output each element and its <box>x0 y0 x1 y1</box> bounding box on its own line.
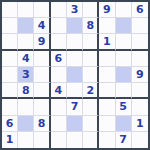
given-digit: 1 <box>136 118 144 129</box>
sudoku-cell-r5c7[interactable] <box>99 67 115 83</box>
sudoku-cell-r3c4[interactable] <box>51 34 67 50</box>
sudoku-cell-r4c5[interactable] <box>67 51 83 67</box>
sudoku-cell-r6c7[interactable] <box>99 83 115 99</box>
sudoku-cell-r8c2[interactable] <box>18 116 34 132</box>
sudoku-cell-r8c5[interactable] <box>67 116 83 132</box>
sudoku-cell-r3c1[interactable] <box>2 34 18 50</box>
sudoku-cell-r8c6[interactable] <box>83 116 99 132</box>
sudoku-cell-r2c9[interactable] <box>132 18 148 34</box>
sudoku-cell-r1c2[interactable] <box>18 2 34 18</box>
sudoku-cell-r1c3[interactable] <box>34 2 50 18</box>
sudoku-cell-r3c3[interactable]: 9 <box>34 34 50 50</box>
sudoku-cell-r7c6[interactable] <box>83 99 99 115</box>
sudoku-cell-r3c9[interactable] <box>132 34 148 50</box>
given-digit: 3 <box>71 4 79 15</box>
sudoku-cell-r4c6[interactable] <box>83 51 99 67</box>
sudoku-cell-r9c6[interactable] <box>83 132 99 148</box>
sudoku-cell-r5c1[interactable] <box>2 67 18 83</box>
given-digit: 4 <box>22 53 30 64</box>
sudoku-cell-r3c7[interactable]: 1 <box>99 34 115 50</box>
sudoku-cell-r1c8[interactable] <box>116 2 132 18</box>
sudoku-cell-r6c1[interactable] <box>2 83 18 99</box>
given-digit: 1 <box>103 36 111 47</box>
given-digit: 8 <box>22 85 30 96</box>
sudoku-cell-r5c4[interactable] <box>51 67 67 83</box>
sudoku-cell-r5c6[interactable] <box>83 67 99 83</box>
sudoku-cell-r1c5[interactable]: 3 <box>67 2 83 18</box>
sudoku-cell-r9c3[interactable] <box>34 132 50 148</box>
given-digit: 7 <box>119 134 127 145</box>
sudoku-cell-r9c2[interactable] <box>18 132 34 148</box>
sudoku-cell-r5c3[interactable] <box>34 67 50 83</box>
sudoku-cell-r3c8[interactable] <box>116 34 132 50</box>
sudoku-cell-r8c3[interactable]: 8 <box>34 116 50 132</box>
sudoku-cell-r8c1[interactable]: 6 <box>2 116 18 132</box>
sudoku-board: 396489146398427568117 <box>0 0 150 150</box>
sudoku-cell-r2c1[interactable] <box>2 18 18 34</box>
sudoku-cell-r4c8[interactable] <box>116 51 132 67</box>
given-digit: 8 <box>86 20 94 31</box>
sudoku-cell-r4c4[interactable]: 6 <box>51 51 67 67</box>
sudoku-cell-r7c5[interactable]: 7 <box>67 99 83 115</box>
sudoku-cell-r6c8[interactable] <box>116 83 132 99</box>
sudoku-cell-r4c9[interactable] <box>132 51 148 67</box>
sudoku-cell-r1c4[interactable] <box>51 2 67 18</box>
sudoku-cell-r9c5[interactable] <box>67 132 83 148</box>
given-digit: 9 <box>38 36 46 47</box>
given-digit: 9 <box>103 4 111 15</box>
given-digit: 6 <box>6 118 14 129</box>
sudoku-cell-r1c7[interactable]: 9 <box>99 2 115 18</box>
sudoku-cell-r7c4[interactable] <box>51 99 67 115</box>
sudoku-cell-r2c7[interactable] <box>99 18 115 34</box>
sudoku-cell-r4c2[interactable]: 4 <box>18 51 34 67</box>
sudoku-cell-r8c7[interactable] <box>99 116 115 132</box>
sudoku-cell-r8c4[interactable] <box>51 116 67 132</box>
sudoku-cell-r6c4[interactable]: 4 <box>51 83 67 99</box>
sudoku-cell-r7c9[interactable] <box>132 99 148 115</box>
sudoku-cell-r6c5[interactable] <box>67 83 83 99</box>
sudoku-cell-r4c7[interactable] <box>99 51 115 67</box>
given-digit: 5 <box>119 101 127 112</box>
sudoku-cell-r1c1[interactable] <box>2 2 18 18</box>
sudoku-cell-r1c6[interactable] <box>83 2 99 18</box>
sudoku-cell-r7c1[interactable] <box>2 99 18 115</box>
sudoku-cell-r9c7[interactable] <box>99 132 115 148</box>
given-digit: 9 <box>136 69 144 80</box>
sudoku-cell-r6c6[interactable]: 2 <box>83 83 99 99</box>
sudoku-cell-r5c8[interactable] <box>116 67 132 83</box>
sudoku-cell-r2c4[interactable] <box>51 18 67 34</box>
given-digit: 4 <box>38 20 46 31</box>
sudoku-cell-r1c9[interactable]: 6 <box>132 2 148 18</box>
sudoku-cell-r7c2[interactable] <box>18 99 34 115</box>
sudoku-cell-r2c8[interactable] <box>116 18 132 34</box>
sudoku-cell-r7c8[interactable]: 5 <box>116 99 132 115</box>
sudoku-cell-r7c3[interactable] <box>34 99 50 115</box>
sudoku-cell-r7c7[interactable] <box>99 99 115 115</box>
sudoku-cell-r9c9[interactable] <box>132 132 148 148</box>
given-digit: 3 <box>22 69 30 80</box>
sudoku-cell-r2c6[interactable]: 8 <box>83 18 99 34</box>
given-digit: 4 <box>54 85 62 96</box>
given-digit: 8 <box>38 118 46 129</box>
sudoku-cell-r9c4[interactable] <box>51 132 67 148</box>
sudoku-cell-r8c9[interactable]: 1 <box>132 116 148 132</box>
sudoku-cell-r8c8[interactable] <box>116 116 132 132</box>
sudoku-cell-r3c5[interactable] <box>67 34 83 50</box>
sudoku-cell-r5c5[interactable] <box>67 67 83 83</box>
sudoku-cell-r4c1[interactable] <box>2 51 18 67</box>
sudoku-cell-r5c9[interactable]: 9 <box>132 67 148 83</box>
sudoku-cell-r2c2[interactable] <box>18 18 34 34</box>
given-digit: 2 <box>86 85 94 96</box>
given-digit: 6 <box>136 4 144 15</box>
sudoku-cell-r2c5[interactable] <box>67 18 83 34</box>
given-digit: 1 <box>6 134 14 145</box>
sudoku-cell-r6c9[interactable] <box>132 83 148 99</box>
given-digit: 6 <box>54 53 62 64</box>
given-digit: 7 <box>71 101 79 112</box>
sudoku-cell-r9c1[interactable]: 1 <box>2 132 18 148</box>
sudoku-cell-r6c2[interactable]: 8 <box>18 83 34 99</box>
sudoku-cell-r2c3[interactable]: 4 <box>34 18 50 34</box>
sudoku-cell-r6c3[interactable] <box>34 83 50 99</box>
sudoku-cell-r3c2[interactable] <box>18 34 34 50</box>
sudoku-cell-r3c6[interactable] <box>83 34 99 50</box>
sudoku-cell-r4c3[interactable] <box>34 51 50 67</box>
sudoku-cell-r5c2[interactable]: 3 <box>18 67 34 83</box>
sudoku-cell-r9c8[interactable]: 7 <box>116 132 132 148</box>
